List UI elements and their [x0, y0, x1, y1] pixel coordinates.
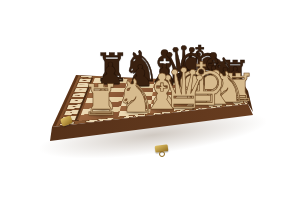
- rank-label-left-3: 3: [66, 104, 80, 109]
- white-knight[interactable]: ♞: [115, 73, 156, 119]
- product-photo: AA88BB77CC66DD55EE44FF33GG22HH11 ♜♞♝♛♚♝♞…: [0, 0, 300, 220]
- rank-label-left-4: 4: [68, 99, 82, 103]
- white-rook[interactable]: ♜: [82, 79, 121, 122]
- rank-label-left-2: 2: [63, 110, 78, 115]
- brass-clasp-ring: [159, 151, 165, 157]
